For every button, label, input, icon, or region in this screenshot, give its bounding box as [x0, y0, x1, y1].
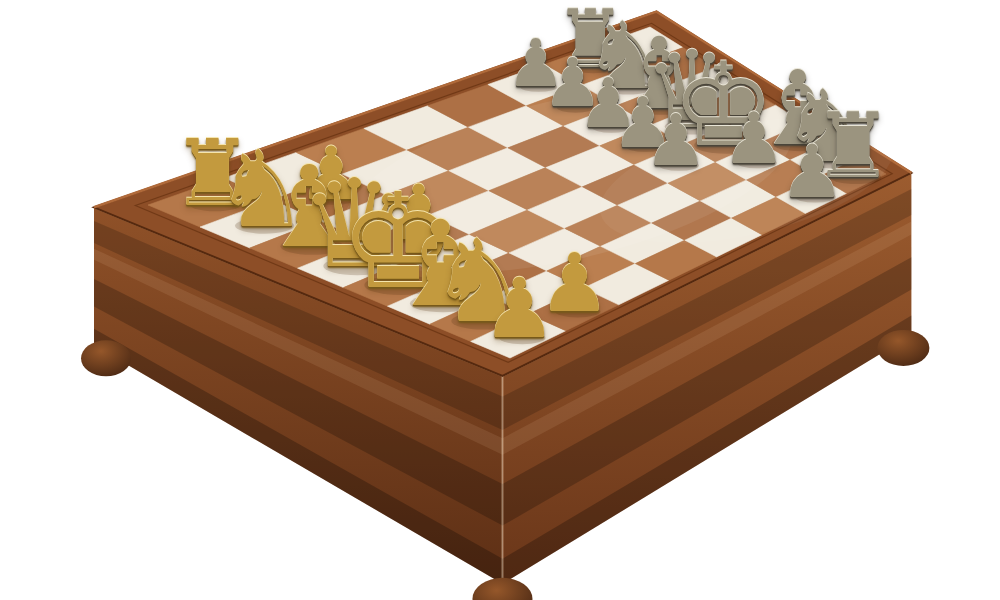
- bun-foot: [877, 330, 929, 366]
- bun-foot: [81, 340, 131, 376]
- chess-piece-pewter-pawn[interactable]: ♟: [776, 135, 849, 208]
- chess-piece-brass-pawn[interactable]: ♟: [478, 268, 561, 351]
- chess-piece-pewter-pawn[interactable]: ♟: [640, 105, 711, 176]
- chess-set-scene: ♜♟♞♝♟♛♟♝♚♟♞♟♟♜♟♟♜♞♟♝♛♚♝♟♞♟: [0, 0, 1000, 600]
- bun-foot: [472, 578, 532, 600]
